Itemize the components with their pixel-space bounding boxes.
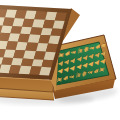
chess-set-photo: ♜♞♝♛♚♝♞♜♟♟♟♟♟♟♟♟♟♟♟♟♟♟♟♟♜♞♝♛♚♝♞♜ bbox=[0, 0, 120, 120]
stored-piece: ♜ bbox=[100, 65, 107, 74]
board-square bbox=[39, 67, 51, 75]
